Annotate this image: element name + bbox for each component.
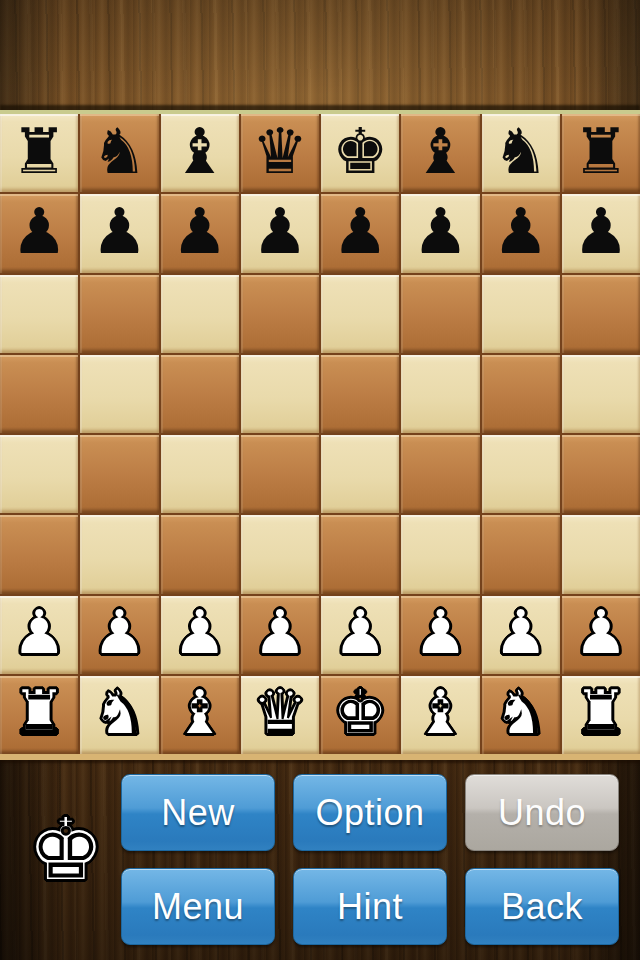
option-button[interactable]: Option: [293, 774, 447, 851]
white-rook: ♜: [573, 681, 629, 744]
white-bishop: ♝: [412, 681, 468, 744]
square-f3[interactable]: [401, 515, 479, 593]
turn-indicator: ♚: [20, 802, 112, 898]
hint-button[interactable]: Hint: [293, 868, 447, 945]
white-king-icon: ♚: [27, 806, 106, 894]
white-knight: ♞: [91, 681, 147, 744]
square-a1[interactable]: ♜: [0, 676, 78, 754]
square-c7[interactable]: ♟: [161, 194, 239, 272]
square-e3[interactable]: [321, 515, 399, 593]
black-knight: ♞: [492, 120, 548, 183]
undo-button[interactable]: Undo: [465, 774, 619, 851]
square-f6[interactable]: [401, 275, 479, 353]
square-h8[interactable]: ♜: [562, 114, 640, 192]
square-a4[interactable]: [0, 435, 78, 513]
square-g3[interactable]: [482, 515, 560, 593]
square-b6[interactable]: [80, 275, 158, 353]
square-d7[interactable]: ♟: [241, 194, 319, 272]
square-e2[interactable]: ♟: [321, 596, 399, 674]
square-b8[interactable]: ♞: [80, 114, 158, 192]
black-bishop: ♝: [412, 120, 468, 183]
control-buttons: NewOptionUndoMenuHintBack: [121, 774, 619, 945]
square-d1[interactable]: ♛: [241, 676, 319, 754]
white-pawn: ♟: [332, 601, 388, 664]
square-g5[interactable]: [482, 355, 560, 433]
square-c2[interactable]: ♟: [161, 596, 239, 674]
white-knight: ♞: [492, 681, 548, 744]
square-c6[interactable]: [161, 275, 239, 353]
square-d5[interactable]: [241, 355, 319, 433]
square-g8[interactable]: ♞: [482, 114, 560, 192]
square-d4[interactable]: [241, 435, 319, 513]
square-g4[interactable]: [482, 435, 560, 513]
white-bishop: ♝: [171, 681, 227, 744]
black-queen: ♛: [252, 120, 308, 183]
square-d8[interactable]: ♛: [241, 114, 319, 192]
square-h7[interactable]: ♟: [562, 194, 640, 272]
white-pawn: ♟: [91, 601, 147, 664]
square-d6[interactable]: [241, 275, 319, 353]
square-e8[interactable]: ♚: [321, 114, 399, 192]
black-rook: ♜: [573, 120, 629, 183]
square-b2[interactable]: ♟: [80, 596, 158, 674]
white-pawn: ♟: [171, 601, 227, 664]
square-a6[interactable]: [0, 275, 78, 353]
square-d2[interactable]: ♟: [241, 596, 319, 674]
black-pawn: ♟: [332, 200, 388, 263]
black-pawn: ♟: [492, 200, 548, 263]
square-g2[interactable]: ♟: [482, 596, 560, 674]
square-h6[interactable]: [562, 275, 640, 353]
black-rook: ♜: [11, 120, 67, 183]
square-e7[interactable]: ♟: [321, 194, 399, 272]
square-g6[interactable]: [482, 275, 560, 353]
square-c4[interactable]: [161, 435, 239, 513]
square-e1[interactable]: ♚: [321, 676, 399, 754]
square-a3[interactable]: [0, 515, 78, 593]
black-pawn: ♟: [573, 200, 629, 263]
white-pawn: ♟: [573, 601, 629, 664]
square-e6[interactable]: [321, 275, 399, 353]
square-e5[interactable]: [321, 355, 399, 433]
black-pawn: ♟: [171, 200, 227, 263]
white-queen: ♛: [252, 681, 308, 744]
white-pawn: ♟: [412, 601, 468, 664]
square-g7[interactable]: ♟: [482, 194, 560, 272]
square-b3[interactable]: [80, 515, 158, 593]
square-f7[interactable]: ♟: [401, 194, 479, 272]
square-c5[interactable]: [161, 355, 239, 433]
square-f1[interactable]: ♝: [401, 676, 479, 754]
square-b7[interactable]: ♟: [80, 194, 158, 272]
square-a5[interactable]: [0, 355, 78, 433]
chess-board[interactable]: ♜♞♝♛♚♝♞♜♟♟♟♟♟♟♟♟♟♟♟♟♟♟♟♟♜♞♝♛♚♝♞♜: [0, 114, 640, 754]
square-c1[interactable]: ♝: [161, 676, 239, 754]
black-king: ♚: [332, 120, 388, 183]
chess-app-screen: ♜♞♝♛♚♝♞♜♟♟♟♟♟♟♟♟♟♟♟♟♟♟♟♟♜♞♝♛♚♝♞♜ ♚ NewOp…: [0, 0, 640, 960]
square-f2[interactable]: ♟: [401, 596, 479, 674]
square-f5[interactable]: [401, 355, 479, 433]
board-frame: ♜♞♝♛♚♝♞♜♟♟♟♟♟♟♟♟♟♟♟♟♟♟♟♟♜♞♝♛♚♝♞♜: [0, 110, 640, 760]
square-c8[interactable]: ♝: [161, 114, 239, 192]
new-button[interactable]: New: [121, 774, 275, 851]
square-c3[interactable]: [161, 515, 239, 593]
black-knight: ♞: [91, 120, 147, 183]
black-pawn: ♟: [91, 200, 147, 263]
square-h5[interactable]: [562, 355, 640, 433]
square-h1[interactable]: ♜: [562, 676, 640, 754]
back-button[interactable]: Back: [465, 868, 619, 945]
white-rook: ♜: [11, 681, 67, 744]
square-h3[interactable]: [562, 515, 640, 593]
black-pawn: ♟: [252, 200, 308, 263]
white-pawn: ♟: [252, 601, 308, 664]
white-king: ♚: [332, 681, 388, 744]
square-f4[interactable]: [401, 435, 479, 513]
square-g1[interactable]: ♞: [482, 676, 560, 754]
black-bishop: ♝: [171, 120, 227, 183]
square-a7[interactable]: ♟: [0, 194, 78, 272]
square-b4[interactable]: [80, 435, 158, 513]
square-e4[interactable]: [321, 435, 399, 513]
square-b1[interactable]: ♞: [80, 676, 158, 754]
square-a2[interactable]: ♟: [0, 596, 78, 674]
black-pawn: ♟: [412, 200, 468, 263]
black-pawn: ♟: [11, 200, 67, 263]
square-h2[interactable]: ♟: [562, 596, 640, 674]
square-f8[interactable]: ♝: [401, 114, 479, 192]
square-h4[interactable]: [562, 435, 640, 513]
square-b5[interactable]: [80, 355, 158, 433]
white-pawn: ♟: [11, 601, 67, 664]
white-pawn: ♟: [492, 601, 548, 664]
square-d3[interactable]: [241, 515, 319, 593]
square-a8[interactable]: ♜: [0, 114, 78, 192]
menu-button[interactable]: Menu: [121, 868, 275, 945]
